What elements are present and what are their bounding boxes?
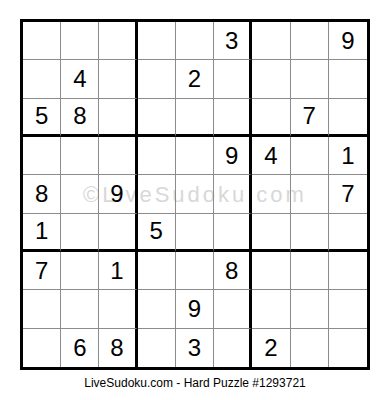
cell-r5c3[interactable]: 9: [99, 175, 137, 213]
cell-r9c8[interactable]: [291, 329, 329, 367]
cell-r5c9[interactable]: 7: [329, 175, 367, 213]
cell-r1c2[interactable]: [61, 22, 99, 60]
cell-r1c1[interactable]: [23, 22, 61, 60]
cell-r4c2[interactable]: [61, 137, 99, 175]
cell-r3c3[interactable]: [99, 99, 137, 137]
cell-r9c1[interactable]: [23, 329, 61, 367]
caption: LiveSudoku.com - Hard Puzzle #1293721: [0, 376, 390, 390]
cell-r7c4[interactable]: [138, 252, 176, 290]
cell-r6c1[interactable]: 1: [23, 214, 61, 252]
cell-r6c2[interactable]: [61, 214, 99, 252]
cell-r9c6[interactable]: [214, 329, 252, 367]
cell-r8c5[interactable]: 9: [176, 290, 214, 328]
cell-r9c3[interactable]: 8: [99, 329, 137, 367]
cell-r6c6[interactable]: [214, 214, 252, 252]
cell-r2c2[interactable]: 4: [61, 60, 99, 98]
cell-r2c1[interactable]: [23, 60, 61, 98]
cell-r6c7[interactable]: [252, 214, 290, 252]
cell-r5c5[interactable]: [176, 175, 214, 213]
cell-r2c9[interactable]: [329, 60, 367, 98]
cell-r7c5[interactable]: [176, 252, 214, 290]
cell-r4c7[interactable]: 4: [252, 137, 290, 175]
cell-r2c6[interactable]: [214, 60, 252, 98]
cell-r8c2[interactable]: [61, 290, 99, 328]
cell-r2c7[interactable]: [252, 60, 290, 98]
cell-r8c9[interactable]: [329, 290, 367, 328]
cell-r4c3[interactable]: [99, 137, 137, 175]
cell-r7c3[interactable]: 1: [99, 252, 137, 290]
cell-r3c4[interactable]: [138, 99, 176, 137]
cell-r1c8[interactable]: [291, 22, 329, 60]
cell-r2c8[interactable]: [291, 60, 329, 98]
sudoku-grid: 39425879418971571896832: [23, 22, 367, 367]
cell-r9c9[interactable]: [329, 329, 367, 367]
cell-r8c1[interactable]: [23, 290, 61, 328]
cell-r6c9[interactable]: [329, 214, 367, 252]
cell-r3c2[interactable]: 8: [61, 99, 99, 137]
cell-r7c7[interactable]: [252, 252, 290, 290]
cell-r5c2[interactable]: [61, 175, 99, 213]
cell-r7c2[interactable]: [61, 252, 99, 290]
cell-r4c8[interactable]: [291, 137, 329, 175]
cell-r1c3[interactable]: [99, 22, 137, 60]
cell-r4c5[interactable]: [176, 137, 214, 175]
cell-r3c7[interactable]: [252, 99, 290, 137]
cell-r8c4[interactable]: [138, 290, 176, 328]
cell-r4c1[interactable]: [23, 137, 61, 175]
cell-r5c1[interactable]: 8: [23, 175, 61, 213]
cell-r9c5[interactable]: 3: [176, 329, 214, 367]
cell-r5c4[interactable]: [138, 175, 176, 213]
cell-r1c9[interactable]: 9: [329, 22, 367, 60]
cell-r7c8[interactable]: [291, 252, 329, 290]
cell-r1c6[interactable]: 3: [214, 22, 252, 60]
cell-r5c7[interactable]: [252, 175, 290, 213]
cell-r1c4[interactable]: [138, 22, 176, 60]
cell-r4c4[interactable]: [138, 137, 176, 175]
cell-r2c4[interactable]: [138, 60, 176, 98]
cell-r2c3[interactable]: [99, 60, 137, 98]
cell-r8c8[interactable]: [291, 290, 329, 328]
cell-r7c9[interactable]: [329, 252, 367, 290]
cell-r3c9[interactable]: [329, 99, 367, 137]
cell-r8c7[interactable]: [252, 290, 290, 328]
cell-r6c3[interactable]: [99, 214, 137, 252]
cell-r1c7[interactable]: [252, 22, 290, 60]
cell-r3c5[interactable]: [176, 99, 214, 137]
cell-r6c5[interactable]: [176, 214, 214, 252]
cell-r5c6[interactable]: [214, 175, 252, 213]
cell-r3c8[interactable]: 7: [291, 99, 329, 137]
cell-r2c5[interactable]: 2: [176, 60, 214, 98]
cell-r9c2[interactable]: 6: [61, 329, 99, 367]
cell-r8c6[interactable]: [214, 290, 252, 328]
cell-r4c6[interactable]: 9: [214, 137, 252, 175]
cell-r9c7[interactable]: 2: [252, 329, 290, 367]
cell-r8c3[interactable]: [99, 290, 137, 328]
cell-r4c9[interactable]: 1: [329, 137, 367, 175]
cell-r3c6[interactable]: [214, 99, 252, 137]
sudoku-board: ©LiveSudoku.com 39425879418971571896832: [20, 19, 370, 370]
cell-r9c4[interactable]: [138, 329, 176, 367]
cell-r7c1[interactable]: 7: [23, 252, 61, 290]
cell-r5c8[interactable]: [291, 175, 329, 213]
cell-r3c1[interactable]: 5: [23, 99, 61, 137]
cell-r7c6[interactable]: 8: [214, 252, 252, 290]
cell-r1c5[interactable]: [176, 22, 214, 60]
cell-r6c8[interactable]: [291, 214, 329, 252]
cell-r6c4[interactable]: 5: [138, 214, 176, 252]
